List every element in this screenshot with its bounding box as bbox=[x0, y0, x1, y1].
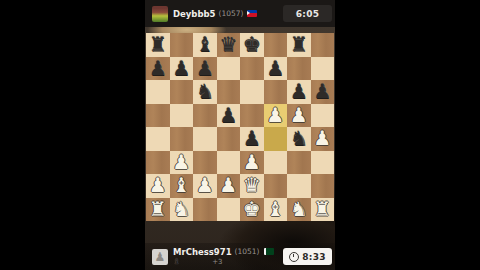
white-pawn: ♟ bbox=[149, 174, 167, 197]
white-pawn: ♟ bbox=[290, 104, 308, 127]
white-pawn: ♟ bbox=[266, 104, 284, 127]
square-c6[interactable]: ♞ bbox=[193, 80, 217, 104]
white-pawn: ♟ bbox=[219, 174, 237, 197]
square-d3[interactable] bbox=[217, 151, 241, 175]
square-a8[interactable]: ♜ bbox=[146, 33, 170, 57]
square-a3[interactable] bbox=[146, 151, 170, 175]
square-h1[interactable]: ♜ bbox=[311, 198, 335, 222]
square-f6[interactable] bbox=[264, 80, 288, 104]
square-c2[interactable]: ♟ bbox=[193, 174, 217, 198]
opponent-clock-time: 6:05 bbox=[296, 9, 320, 19]
black-knight: ♞ bbox=[290, 127, 308, 150]
black-pawn: ♟ bbox=[290, 80, 308, 103]
pakistan-flag-icon bbox=[264, 248, 274, 255]
square-h7[interactable] bbox=[311, 57, 335, 81]
square-e6[interactable] bbox=[240, 80, 264, 104]
square-a4[interactable] bbox=[146, 127, 170, 151]
square-d6[interactable] bbox=[217, 80, 241, 104]
white-king: ♚ bbox=[243, 198, 261, 221]
black-pawn: ♟ bbox=[149, 57, 167, 80]
square-e1[interactable]: ♚ bbox=[240, 198, 264, 222]
square-h3[interactable] bbox=[311, 151, 335, 175]
white-pawn: ♟ bbox=[196, 174, 214, 197]
white-pawn: ♟ bbox=[243, 151, 261, 174]
square-d7[interactable] bbox=[217, 57, 241, 81]
square-f3[interactable] bbox=[264, 151, 288, 175]
white-pawn: ♟ bbox=[313, 127, 331, 150]
square-d5[interactable]: ♟ bbox=[217, 104, 241, 128]
player-name[interactable]: MrChess971 bbox=[173, 247, 232, 257]
black-pawn: ♟ bbox=[313, 80, 331, 103]
square-b4[interactable] bbox=[170, 127, 194, 151]
captured-bishop-icon: ♝ bbox=[173, 258, 180, 266]
opponent-name[interactable]: Deybbb5 bbox=[173, 9, 216, 19]
black-rook: ♜ bbox=[290, 33, 308, 56]
square-f1[interactable]: ♝ bbox=[264, 198, 288, 222]
white-rook: ♜ bbox=[149, 198, 167, 221]
square-a1[interactable]: ♜ bbox=[146, 198, 170, 222]
square-b5[interactable] bbox=[170, 104, 194, 128]
opponent-clock: 6:05 bbox=[283, 5, 332, 22]
app-screenshot: ♜♝♛♚♜♟♟♟♟♞♟♟♟♟♟♟♞♟♟♟♟♝♟♟♛♜♞♚♝♞♜ Deybbb5 … bbox=[0, 0, 480, 270]
square-b7[interactable]: ♟ bbox=[170, 57, 194, 81]
square-f5[interactable]: ♟ bbox=[264, 104, 288, 128]
square-f4[interactable] bbox=[264, 127, 288, 151]
player-clock-time: 8:33 bbox=[302, 252, 326, 262]
white-knight: ♞ bbox=[172, 198, 190, 221]
white-queen: ♛ bbox=[243, 174, 261, 197]
square-d1[interactable] bbox=[217, 198, 241, 222]
black-pawn: ♟ bbox=[266, 57, 284, 80]
player-clock: 8:33 bbox=[283, 248, 332, 265]
clock-icon bbox=[289, 252, 299, 262]
black-rook: ♜ bbox=[149, 33, 167, 56]
square-d8[interactable]: ♛ bbox=[217, 33, 241, 57]
chess-board[interactable]: ♜♝♛♚♜♟♟♟♟♞♟♟♟♟♟♟♞♟♟♟♟♝♟♟♛♜♞♚♝♞♜ bbox=[146, 33, 334, 221]
opponent-bar: Deybbb5 (1057) 6:05 bbox=[145, 0, 335, 27]
square-e4[interactable]: ♟ bbox=[240, 127, 264, 151]
square-b3[interactable]: ♟ bbox=[170, 151, 194, 175]
white-knight: ♞ bbox=[290, 198, 308, 221]
black-pawn: ♟ bbox=[243, 127, 261, 150]
square-h2[interactable] bbox=[311, 174, 335, 198]
app-content: ♜♝♛♚♜♟♟♟♟♞♟♟♟♟♟♟♞♟♟♟♟♝♟♟♛♜♞♚♝♞♜ Deybbb5 … bbox=[145, 0, 335, 270]
square-d4[interactable] bbox=[217, 127, 241, 151]
square-c7[interactable]: ♟ bbox=[193, 57, 217, 81]
player-bar: ♟ MrChess971 (1051) ♝ +3 8:33 bbox=[145, 243, 335, 270]
square-g8[interactable]: ♜ bbox=[287, 33, 311, 57]
square-g1[interactable]: ♞ bbox=[287, 198, 311, 222]
square-e5[interactable] bbox=[240, 104, 264, 128]
square-e3[interactable]: ♟ bbox=[240, 151, 264, 175]
square-b2[interactable]: ♝ bbox=[170, 174, 194, 198]
black-knight: ♞ bbox=[196, 80, 214, 103]
square-a5[interactable] bbox=[146, 104, 170, 128]
philippines-flag-icon bbox=[247, 10, 257, 17]
square-b6[interactable] bbox=[170, 80, 194, 104]
square-b8[interactable] bbox=[170, 33, 194, 57]
square-g3[interactable] bbox=[287, 151, 311, 175]
square-c8[interactable]: ♝ bbox=[193, 33, 217, 57]
square-a6[interactable] bbox=[146, 80, 170, 104]
square-c4[interactable] bbox=[193, 127, 217, 151]
square-h8[interactable] bbox=[311, 33, 335, 57]
black-king: ♚ bbox=[243, 33, 261, 56]
square-h5[interactable] bbox=[311, 104, 335, 128]
black-pawn: ♟ bbox=[196, 57, 214, 80]
square-e8[interactable]: ♚ bbox=[240, 33, 264, 57]
white-pawn: ♟ bbox=[172, 151, 190, 174]
opponent-rating: (1057) bbox=[219, 9, 244, 18]
square-d2[interactable]: ♟ bbox=[217, 174, 241, 198]
material-advantage: +3 bbox=[212, 258, 222, 266]
square-h6[interactable]: ♟ bbox=[311, 80, 335, 104]
square-c5[interactable] bbox=[193, 104, 217, 128]
square-f2[interactable] bbox=[264, 174, 288, 198]
white-rook: ♜ bbox=[313, 198, 331, 221]
square-e2[interactable]: ♛ bbox=[240, 174, 264, 198]
square-b1[interactable]: ♞ bbox=[170, 198, 194, 222]
black-bishop: ♝ bbox=[196, 33, 214, 56]
square-g7[interactable] bbox=[287, 57, 311, 81]
square-c3[interactable] bbox=[193, 151, 217, 175]
square-a2[interactable]: ♟ bbox=[146, 174, 170, 198]
square-g5[interactable]: ♟ bbox=[287, 104, 311, 128]
white-bishop: ♝ bbox=[266, 198, 284, 221]
square-c1[interactable] bbox=[193, 198, 217, 222]
square-h4[interactable]: ♟ bbox=[311, 127, 335, 151]
black-pawn: ♟ bbox=[219, 104, 237, 127]
player-avatar[interactable]: ♟ bbox=[152, 249, 168, 265]
opponent-avatar[interactable] bbox=[152, 6, 168, 22]
square-g4[interactable]: ♞ bbox=[287, 127, 311, 151]
black-pawn: ♟ bbox=[172, 57, 190, 80]
square-f7[interactable]: ♟ bbox=[264, 57, 288, 81]
square-e7[interactable] bbox=[240, 57, 264, 81]
square-f8[interactable] bbox=[264, 33, 288, 57]
black-queen: ♛ bbox=[219, 33, 237, 56]
player-rating: (1051) bbox=[235, 247, 260, 256]
white-bishop: ♝ bbox=[172, 174, 190, 197]
square-g2[interactable] bbox=[287, 174, 311, 198]
square-a7[interactable]: ♟ bbox=[146, 57, 170, 81]
square-g6[interactable]: ♟ bbox=[287, 80, 311, 104]
